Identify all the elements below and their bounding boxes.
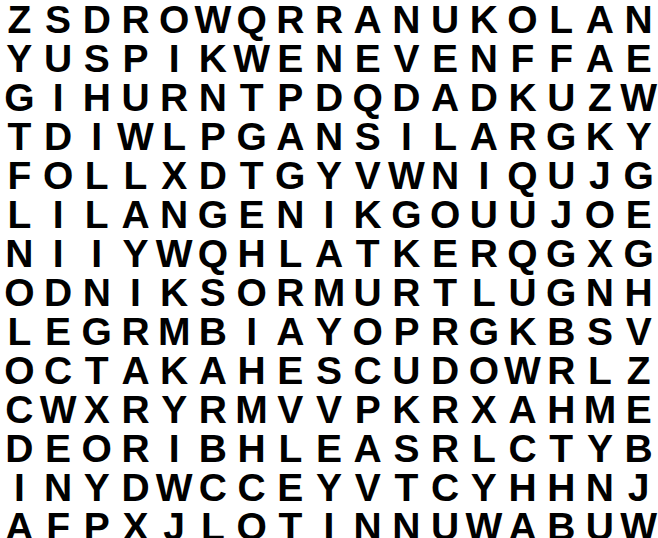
grid-cell[interactable]: Y	[619, 117, 658, 156]
grid-cell[interactable]: T	[426, 273, 465, 312]
grid-cell[interactable]: A	[271, 117, 310, 156]
grid-cell[interactable]: V	[387, 39, 426, 78]
grid-cell[interactable]: E	[426, 39, 465, 78]
grid-cell[interactable]: J	[581, 156, 620, 195]
grid-cell[interactable]: G	[619, 234, 658, 273]
grid-cell[interactable]: E	[271, 468, 310, 507]
grid-cell[interactable]: H	[232, 429, 271, 468]
grid-cell[interactable]: M	[310, 273, 349, 312]
grid-cell[interactable]: W	[387, 156, 426, 195]
grid-cell[interactable]: T	[77, 351, 116, 390]
grid-cell[interactable]: Q	[232, 0, 271, 39]
grid-cell[interactable]: T	[387, 468, 426, 507]
grid-cell[interactable]: H	[542, 468, 581, 507]
grid-cell[interactable]: R	[116, 312, 155, 351]
grid-cell[interactable]: A	[348, 429, 387, 468]
grid-cell[interactable]: Z	[581, 78, 620, 117]
grid-cell[interactable]: C	[0, 390, 39, 429]
grid-cell[interactable]: A	[310, 234, 349, 273]
grid-cell[interactable]: O	[0, 351, 39, 390]
grid-cell[interactable]: O	[0, 273, 39, 312]
grid-cell[interactable]: R	[464, 234, 503, 273]
grid-cell[interactable]: W	[232, 39, 271, 78]
grid-cell[interactable]: H	[232, 234, 271, 273]
grid-cell[interactable]: D	[464, 78, 503, 117]
grid-cell[interactable]: G	[232, 117, 271, 156]
grid-cell[interactable]: H	[619, 273, 658, 312]
grid-cell[interactable]: V	[348, 156, 387, 195]
grid-cell[interactable]: L	[77, 156, 116, 195]
grid-cell[interactable]: W	[464, 507, 503, 538]
grid-cell[interactable]: M	[232, 390, 271, 429]
grid-cell[interactable]: D	[387, 78, 426, 117]
grid-cell[interactable]: J	[619, 468, 658, 507]
grid-cell[interactable]: Y	[155, 390, 194, 429]
grid-cell[interactable]: X	[77, 390, 116, 429]
grid-cell[interactable]: F	[0, 156, 39, 195]
grid-cell[interactable]: X	[581, 234, 620, 273]
grid-cell[interactable]: N	[387, 0, 426, 39]
grid-cell[interactable]: C	[426, 468, 465, 507]
grid-cell[interactable]: N	[310, 39, 349, 78]
grid-cell[interactable]: R	[387, 273, 426, 312]
grid-cell[interactable]: S	[194, 273, 233, 312]
grid-cell[interactable]: I	[387, 117, 426, 156]
grid-cell[interactable]: G	[542, 234, 581, 273]
grid-cell[interactable]: A	[348, 0, 387, 39]
grid-cell[interactable]: K	[387, 234, 426, 273]
grid-cell[interactable]: I	[77, 234, 116, 273]
grid-cell[interactable]: Y	[310, 468, 349, 507]
grid-cell[interactable]: O	[232, 507, 271, 538]
grid-cell[interactable]: G	[0, 78, 39, 117]
grid-cell[interactable]: B	[194, 429, 233, 468]
grid-cell[interactable]: W	[619, 78, 658, 117]
grid-cell[interactable]: V	[619, 312, 658, 351]
grid-cell[interactable]: S	[77, 39, 116, 78]
grid-cell[interactable]: R	[310, 0, 349, 39]
grid-cell[interactable]: R	[271, 273, 310, 312]
grid-cell[interactable]: O	[348, 312, 387, 351]
grid-cell[interactable]: K	[155, 351, 194, 390]
grid-cell[interactable]: R	[194, 390, 233, 429]
grid-cell[interactable]: A	[464, 117, 503, 156]
grid-cell[interactable]: C	[503, 429, 542, 468]
grid-cell[interactable]: Y	[464, 468, 503, 507]
grid-cell[interactable]: P	[387, 312, 426, 351]
grid-cell[interactable]: G	[77, 312, 116, 351]
grid-cell[interactable]: R	[503, 117, 542, 156]
grid-cell[interactable]: E	[39, 312, 78, 351]
grid-cell[interactable]: Q	[503, 156, 542, 195]
grid-cell[interactable]: V	[271, 390, 310, 429]
grid-cell[interactable]: W	[155, 468, 194, 507]
grid-cell[interactable]: U	[116, 78, 155, 117]
grid-cell[interactable]: E	[619, 390, 658, 429]
grid-cell[interactable]: A	[116, 195, 155, 234]
grid-cell[interactable]: P	[348, 390, 387, 429]
grid-cell[interactable]: L	[271, 429, 310, 468]
grid-cell[interactable]: Y	[310, 312, 349, 351]
grid-cell[interactable]: Q	[348, 78, 387, 117]
grid-cell[interactable]: F	[503, 39, 542, 78]
grid-cell[interactable]: L	[271, 234, 310, 273]
grid-cell[interactable]: U	[542, 78, 581, 117]
grid-cell[interactable]: A	[503, 507, 542, 538]
grid-cell[interactable]: C	[232, 468, 271, 507]
grid-cell[interactable]: X	[464, 390, 503, 429]
grid-cell[interactable]: N	[0, 234, 39, 273]
grid-cell[interactable]: D	[116, 468, 155, 507]
grid-cell[interactable]: T	[542, 429, 581, 468]
grid-cell[interactable]: I	[155, 39, 194, 78]
grid-cell[interactable]: P	[116, 39, 155, 78]
grid-cell[interactable]: U	[464, 195, 503, 234]
grid-cell[interactable]: N	[39, 468, 78, 507]
grid-cell[interactable]: B	[194, 312, 233, 351]
grid-cell[interactable]: N	[194, 78, 233, 117]
grid-cell[interactable]: L	[77, 195, 116, 234]
grid-cell[interactable]: O	[39, 156, 78, 195]
grid-cell[interactable]: J	[155, 507, 194, 538]
grid-cell[interactable]: G	[464, 312, 503, 351]
grid-cell[interactable]: E	[310, 429, 349, 468]
grid-cell[interactable]: J	[542, 195, 581, 234]
grid-cell[interactable]: A	[194, 351, 233, 390]
grid-cell[interactable]: T	[232, 78, 271, 117]
grid-cell[interactable]: I	[310, 195, 349, 234]
grid-cell[interactable]: Y	[116, 234, 155, 273]
grid-cell[interactable]: K	[194, 39, 233, 78]
grid-cell[interactable]: L	[464, 429, 503, 468]
grid-cell[interactable]: M	[155, 312, 194, 351]
grid-cell[interactable]: L	[542, 0, 581, 39]
grid-cell[interactable]: U	[542, 156, 581, 195]
grid-cell[interactable]: I	[155, 429, 194, 468]
grid-cell[interactable]: E	[232, 195, 271, 234]
grid-cell[interactable]: H	[503, 468, 542, 507]
grid-cell[interactable]: G	[542, 117, 581, 156]
grid-cell[interactable]: P	[77, 507, 116, 538]
grid-cell[interactable]: I	[77, 117, 116, 156]
grid-cell[interactable]: T	[232, 156, 271, 195]
grid-cell[interactable]: R	[116, 0, 155, 39]
grid-cell[interactable]: U	[39, 39, 78, 78]
grid-cell[interactable]: Y	[77, 468, 116, 507]
grid-cell[interactable]: C	[39, 351, 78, 390]
grid-cell[interactable]: N	[426, 156, 465, 195]
grid-cell[interactable]: A	[426, 78, 465, 117]
grid-cell[interactable]: N	[271, 195, 310, 234]
grid-cell[interactable]: M	[581, 390, 620, 429]
grid-cell[interactable]: R	[116, 429, 155, 468]
grid-cell[interactable]: V	[310, 390, 349, 429]
grid-cell[interactable]: D	[77, 0, 116, 39]
grid-cell[interactable]: H	[77, 78, 116, 117]
grid-cell[interactable]: E	[271, 39, 310, 78]
grid-cell[interactable]: A	[116, 351, 155, 390]
grid-cell[interactable]: Y	[310, 156, 349, 195]
grid-cell[interactable]: R	[426, 429, 465, 468]
grid-cell[interactable]: O	[155, 0, 194, 39]
grid-cell[interactable]: G	[194, 195, 233, 234]
grid-cell[interactable]: U	[426, 507, 465, 538]
grid-cell[interactable]: N	[348, 507, 387, 538]
grid-cell[interactable]: I	[464, 156, 503, 195]
grid-cell[interactable]: O	[77, 429, 116, 468]
grid-cell[interactable]: I	[0, 468, 39, 507]
grid-cell[interactable]: E	[271, 351, 310, 390]
grid-cell[interactable]: L	[194, 507, 233, 538]
grid-cell[interactable]: F	[542, 39, 581, 78]
grid-cell[interactable]: D	[310, 78, 349, 117]
grid-cell[interactable]: C	[194, 468, 233, 507]
grid-cell[interactable]: H	[542, 390, 581, 429]
grid-cell[interactable]: Q	[194, 234, 233, 273]
grid-cell[interactable]: E	[426, 234, 465, 273]
grid-cell[interactable]: D	[0, 429, 39, 468]
grid-cell[interactable]: R	[542, 351, 581, 390]
grid-cell[interactable]: H	[232, 351, 271, 390]
grid-cell[interactable]: N	[581, 468, 620, 507]
grid-cell[interactable]: W	[116, 117, 155, 156]
grid-cell[interactable]: R	[116, 390, 155, 429]
grid-cell[interactable]: G	[271, 156, 310, 195]
grid-cell[interactable]: E	[619, 195, 658, 234]
grid-cell[interactable]: K	[155, 273, 194, 312]
grid-cell[interactable]: N	[77, 273, 116, 312]
grid-cell[interactable]: O	[232, 273, 271, 312]
grid-cell[interactable]: I	[232, 312, 271, 351]
grid-cell[interactable]: E	[39, 429, 78, 468]
grid-cell[interactable]: S	[387, 429, 426, 468]
grid-cell[interactable]: K	[503, 78, 542, 117]
grid-cell[interactable]: Y	[0, 39, 39, 78]
grid-cell[interactable]: O	[464, 351, 503, 390]
grid-cell[interactable]: B	[542, 312, 581, 351]
grid-cell[interactable]: R	[426, 390, 465, 429]
grid-cell[interactable]: R	[426, 312, 465, 351]
grid-cell[interactable]: I	[39, 78, 78, 117]
grid-cell[interactable]: A	[581, 39, 620, 78]
grid-cell[interactable]: U	[426, 0, 465, 39]
grid-cell[interactable]: D	[426, 351, 465, 390]
grid-cell[interactable]: X	[155, 156, 194, 195]
grid-cell[interactable]: F	[39, 507, 78, 538]
grid-cell[interactable]: W	[155, 234, 194, 273]
grid-cell[interactable]: S	[310, 351, 349, 390]
grid-cell[interactable]: Z	[619, 351, 658, 390]
grid-cell[interactable]: B	[542, 507, 581, 538]
grid-cell[interactable]: U	[503, 195, 542, 234]
grid-cell[interactable]: N	[619, 0, 658, 39]
grid-cell[interactable]: U	[348, 273, 387, 312]
grid-cell[interactable]: T	[271, 507, 310, 538]
grid-cell[interactable]: L	[155, 117, 194, 156]
grid-cell[interactable]: A	[581, 0, 620, 39]
grid-cell[interactable]: K	[464, 0, 503, 39]
grid-cell[interactable]: L	[464, 273, 503, 312]
grid-cell[interactable]: V	[348, 468, 387, 507]
grid-cell[interactable]: O	[426, 195, 465, 234]
grid-cell[interactable]: K	[387, 390, 426, 429]
grid-cell[interactable]: O	[503, 0, 542, 39]
grid-cell[interactable]: N	[155, 195, 194, 234]
grid-cell[interactable]: R	[271, 0, 310, 39]
grid-cell[interactable]: N	[387, 507, 426, 538]
grid-cell[interactable]: A	[271, 312, 310, 351]
grid-cell[interactable]: L	[581, 351, 620, 390]
grid-cell[interactable]: I	[39, 195, 78, 234]
grid-cell[interactable]: T	[0, 117, 39, 156]
grid-cell[interactable]: N	[310, 117, 349, 156]
grid-cell[interactable]: K	[503, 312, 542, 351]
grid-cell[interactable]: Q	[503, 234, 542, 273]
grid-cell[interactable]: I	[39, 234, 78, 273]
grid-cell[interactable]: L	[0, 195, 39, 234]
grid-cell[interactable]: W	[39, 390, 78, 429]
grid-cell[interactable]: D	[39, 273, 78, 312]
grid-cell[interactable]: X	[116, 507, 155, 538]
grid-cell[interactable]: G	[387, 195, 426, 234]
grid-cell[interactable]: S	[348, 117, 387, 156]
grid-cell[interactable]: U	[581, 507, 620, 538]
grid-cell[interactable]: L	[116, 156, 155, 195]
grid-cell[interactable]: G	[542, 273, 581, 312]
grid-cell[interactable]: W	[503, 351, 542, 390]
grid-cell[interactable]: C	[348, 351, 387, 390]
grid-cell[interactable]: N	[581, 273, 620, 312]
grid-cell[interactable]: E	[619, 39, 658, 78]
grid-cell[interactable]: G	[619, 156, 658, 195]
grid-cell[interactable]: I	[310, 507, 349, 538]
grid-cell[interactable]: I	[116, 273, 155, 312]
grid-cell[interactable]: A	[503, 390, 542, 429]
grid-cell[interactable]: Z	[0, 0, 39, 39]
grid-cell[interactable]: P	[194, 117, 233, 156]
grid-cell[interactable]: K	[581, 117, 620, 156]
grid-cell[interactable]: A	[0, 507, 39, 538]
grid-cell[interactable]: U	[387, 351, 426, 390]
grid-cell[interactable]: W	[619, 507, 658, 538]
grid-cell[interactable]: E	[348, 39, 387, 78]
grid-cell[interactable]: O	[581, 195, 620, 234]
grid-cell[interactable]: Y	[581, 429, 620, 468]
grid-cell[interactable]: S	[39, 0, 78, 39]
grid-cell[interactable]: P	[271, 78, 310, 117]
grid-cell[interactable]: T	[348, 234, 387, 273]
grid-cell[interactable]: D	[194, 156, 233, 195]
grid-cell[interactable]: L	[426, 117, 465, 156]
grid-cell[interactable]: S	[581, 312, 620, 351]
grid-cell[interactable]: W	[194, 0, 233, 39]
grid-cell[interactable]: B	[619, 429, 658, 468]
grid-cell[interactable]: N	[464, 39, 503, 78]
grid-cell[interactable]: R	[155, 78, 194, 117]
grid-cell[interactable]: D	[39, 117, 78, 156]
word-search-grid: ZSDROWQRRANUKOLANYUSPIKWENEVENFFAEGIHURN…	[0, 0, 658, 538]
grid-cell[interactable]: L	[0, 312, 39, 351]
grid-cell[interactable]: K	[348, 195, 387, 234]
grid-cell[interactable]: U	[503, 273, 542, 312]
